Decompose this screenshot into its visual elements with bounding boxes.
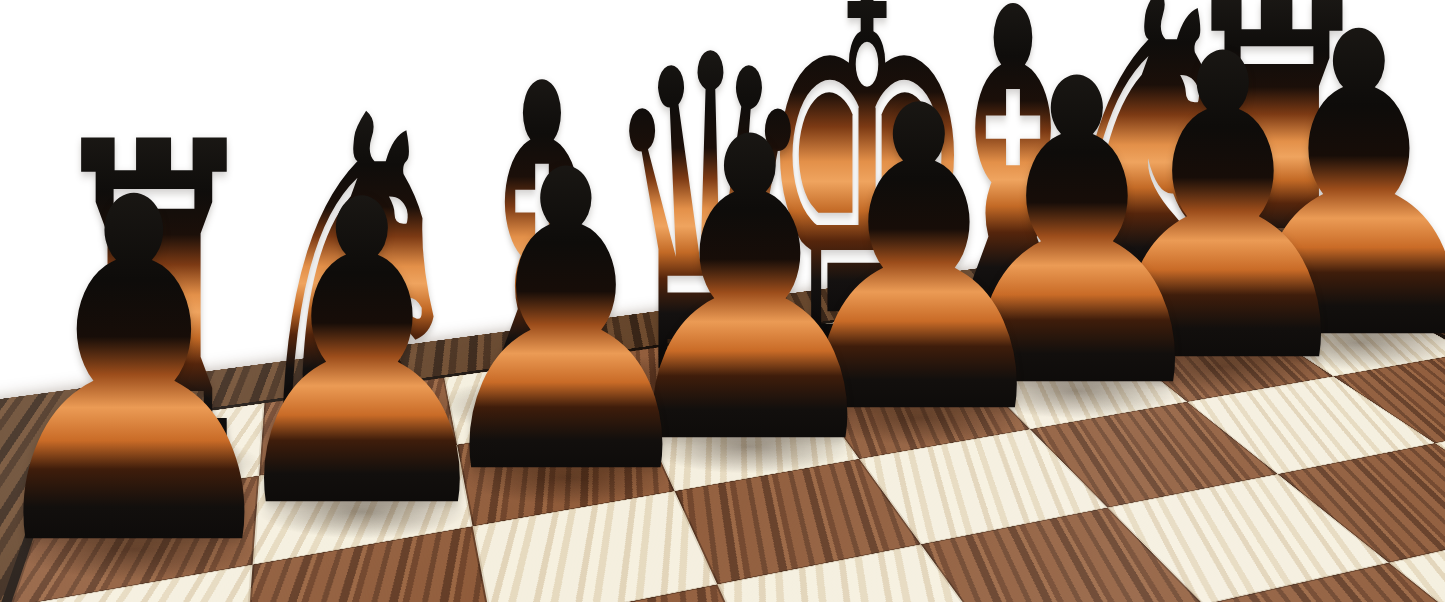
black-pawn-d7: ♟ [0, 0, 1445, 602]
piece-shadow [645, 419, 854, 473]
black-pawn-e7: ♟ [0, 0, 1445, 602]
piece-glyph: ♜ [1172, 0, 1381, 343]
piece-glyph: ♟ [1213, 0, 1445, 398]
black-pawn-c7: ♟ [0, 0, 1445, 602]
piece-shadow [251, 405, 464, 460]
piece-glyph: ♟ [0, 138, 300, 602]
black-pawn-a7: ♟ [0, 0, 1445, 602]
piece-glyph: ♟ [216, 147, 509, 566]
black-pawn-f7: ♟ [0, 0, 1445, 602]
chess-set-photo: 848 ♜♞♝♛♚♝♞♜♟♟♟♟♟♟♟♟ [0, 0, 1445, 602]
piece-shadow [46, 435, 262, 491]
piece-glyph: ♜ [38, 88, 270, 519]
piece-shadow [258, 485, 468, 539]
piece-glyph: ♟ [1076, 1, 1370, 421]
piece-shadow [815, 390, 1025, 444]
piece-glyph: ♝ [436, 30, 649, 461]
piece-glyph: ♚ [755, 0, 978, 420]
piece-shadow [434, 377, 650, 433]
black-rook-a8: ♜ [0, 0, 1445, 602]
piece-shadow [1180, 267, 1374, 317]
pieces-layer: ♜♞♝♛♚♝♞♜♟♟♟♟♟♟♟♟ [0, 0, 1445, 602]
piece-shadow [462, 451, 669, 505]
black-queen-d8: ♛ [0, 0, 1445, 602]
black-bishop-c8: ♝ [0, 0, 1445, 602]
piece-shadow [16, 518, 253, 579]
black-knight-b8: ♞ [0, 0, 1445, 602]
black-knight-g8: ♞ [0, 0, 1445, 602]
black-rook-h8: ♜ [0, 0, 1445, 602]
black-bishop-f8: ♝ [0, 0, 1445, 602]
black-pawn-g7: ♟ [0, 0, 1445, 602]
piece-glyph: ♟ [773, 53, 1066, 472]
piece-glyph: ♝ [905, 0, 1121, 390]
piece-shadow [1254, 316, 1445, 370]
piece-glyph: ♟ [604, 84, 896, 501]
piece-shadow [1042, 284, 1257, 340]
black-pawn-h7: ♟ [0, 0, 1445, 602]
piece-glyph: ♛ [603, 0, 817, 435]
black-pawn-b7: ♟ [0, 0, 1445, 602]
piece-shadow [903, 304, 1122, 361]
piece-shadow [972, 364, 1182, 419]
piece-glyph: ♟ [421, 118, 710, 531]
piece-shadow [743, 323, 992, 388]
piece-glyph: ♞ [239, 62, 476, 488]
black-king-e8: ♚ [0, 0, 1445, 602]
piece-glyph: ♞ [1030, 0, 1268, 368]
piece-shadow [1118, 339, 1328, 394]
piece-shadow [602, 351, 820, 408]
piece-glyph: ♟ [930, 26, 1224, 446]
